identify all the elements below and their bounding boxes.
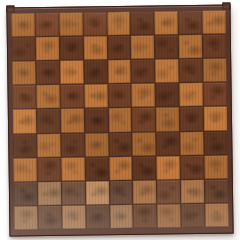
board-square[interactable] — [84, 60, 107, 83]
board-square[interactable] — [156, 84, 179, 107]
board-square[interactable] — [156, 132, 179, 155]
board-square[interactable] — [84, 85, 107, 108]
board-square[interactable] — [203, 11, 226, 34]
board-square[interactable] — [12, 61, 35, 84]
board-square[interactable] — [204, 83, 227, 106]
board-square[interactable] — [36, 61, 59, 84]
board-square[interactable] — [84, 109, 107, 132]
board-square[interactable] — [203, 59, 226, 82]
board-square[interactable] — [156, 108, 179, 131]
board-square[interactable] — [13, 110, 36, 133]
board-square[interactable] — [108, 60, 131, 83]
board-square[interactable] — [134, 204, 157, 227]
board-square[interactable] — [181, 155, 204, 178]
board-square[interactable] — [60, 37, 83, 60]
board-square[interactable] — [86, 181, 109, 204]
board-square[interactable] — [60, 61, 83, 84]
board-square[interactable] — [109, 156, 132, 179]
board-square[interactable] — [204, 131, 227, 154]
board-square[interactable] — [133, 156, 156, 179]
board-square[interactable] — [13, 86, 36, 109]
board-square[interactable] — [157, 180, 180, 203]
board-square[interactable] — [59, 13, 82, 36]
board-square[interactable] — [86, 205, 109, 228]
frame-corner-joint-right — [222, 2, 230, 9]
board-square[interactable] — [14, 206, 37, 229]
board-square[interactable] — [179, 59, 202, 82]
board-square[interactable] — [107, 36, 130, 59]
board-square[interactable] — [109, 181, 132, 204]
board-square[interactable] — [155, 11, 178, 34]
board-square[interactable] — [203, 35, 226, 58]
board-square[interactable] — [132, 60, 155, 83]
board-square[interactable] — [61, 133, 84, 156]
board-square[interactable] — [179, 11, 202, 34]
board-square[interactable] — [204, 107, 227, 130]
board-square[interactable] — [108, 108, 131, 131]
board-square[interactable] — [132, 108, 155, 131]
board-square[interactable] — [36, 85, 59, 108]
board-square[interactable] — [180, 107, 203, 130]
board-square[interactable] — [60, 85, 83, 108]
board-square[interactable] — [132, 84, 155, 107]
board-square[interactable] — [38, 182, 61, 205]
board-square[interactable] — [85, 157, 108, 180]
board-square[interactable] — [158, 204, 181, 227]
board-square[interactable] — [157, 156, 180, 179]
board-square[interactable] — [37, 157, 60, 180]
board-square[interactable] — [109, 132, 132, 155]
board-square[interactable] — [131, 12, 154, 35]
board-square[interactable] — [62, 181, 85, 204]
board-square[interactable] — [36, 37, 59, 60]
board-square[interactable] — [108, 84, 131, 107]
board-square[interactable] — [181, 204, 204, 227]
board-square[interactable] — [83, 12, 106, 35]
board-square[interactable] — [11, 13, 34, 36]
board-square[interactable] — [85, 133, 108, 156]
board-square[interactable] — [155, 59, 178, 82]
board-square[interactable] — [131, 36, 154, 59]
board-square[interactable] — [37, 109, 60, 132]
board-square[interactable] — [37, 133, 60, 156]
board-square[interactable] — [13, 134, 36, 157]
board-square[interactable] — [180, 83, 203, 106]
board-square[interactable] — [38, 206, 61, 229]
board-square[interactable] — [110, 205, 133, 228]
product-photo-background — [0, 0, 240, 240]
board-square[interactable] — [61, 157, 84, 180]
board-grid — [11, 11, 228, 230]
checkerboard — [6, 4, 233, 236]
board-square[interactable] — [205, 155, 228, 178]
board-square[interactable] — [14, 182, 37, 205]
board-square[interactable] — [35, 13, 58, 36]
board-square[interactable] — [12, 37, 35, 60]
board-square[interactable] — [181, 180, 204, 203]
board-square[interactable] — [61, 109, 84, 132]
board-square[interactable] — [133, 180, 156, 203]
board-square[interactable] — [180, 131, 203, 154]
frame-corner-joint-left — [6, 5, 14, 12]
board-square[interactable] — [179, 35, 202, 58]
board-square[interactable] — [62, 205, 85, 228]
board-square[interactable] — [83, 36, 106, 59]
board-square[interactable] — [14, 158, 37, 181]
board-square[interactable] — [133, 132, 156, 155]
board-square[interactable] — [205, 179, 228, 202]
board-square[interactable] — [205, 203, 228, 226]
board-square[interactable] — [155, 35, 178, 58]
board-square[interactable] — [107, 12, 130, 35]
